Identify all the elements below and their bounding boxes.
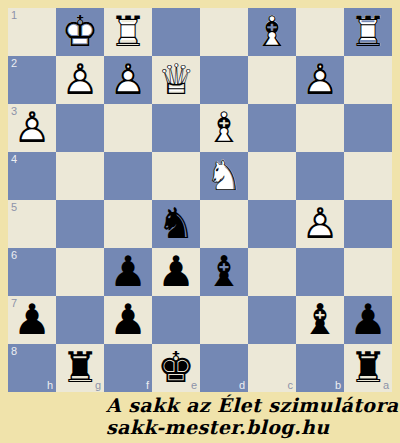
square-c1[interactable]: ♝♗ <box>248 8 296 56</box>
file-label-h: h <box>47 379 53 391</box>
square-c7[interactable] <box>248 296 296 344</box>
square-d8[interactable]: d <box>200 344 248 392</box>
square-h8[interactable]: 8h <box>8 344 56 392</box>
square-f7[interactable]: ♟ <box>104 296 152 344</box>
piece-white-queen: ♛♕ <box>152 56 200 104</box>
square-a2[interactable] <box>344 56 392 104</box>
square-d4[interactable]: ♞♘ <box>200 152 248 200</box>
caption-blog-url[interactable]: sakk-mester.blog.hu <box>106 416 399 438</box>
square-a4[interactable] <box>344 152 392 200</box>
rank-label-7: 7 <box>11 297 17 309</box>
square-e4[interactable] <box>152 152 200 200</box>
square-g3[interactable] <box>56 104 104 152</box>
square-f3[interactable] <box>104 104 152 152</box>
square-e1[interactable] <box>152 8 200 56</box>
square-d5[interactable] <box>200 200 248 248</box>
square-e8[interactable]: ♚e <box>152 344 200 392</box>
piece-white-pawn: ♟♙ <box>296 200 344 248</box>
piece-white-knight: ♞♘ <box>200 152 248 200</box>
square-a7[interactable]: ♟ <box>344 296 392 344</box>
square-d3[interactable]: ♝♗ <box>200 104 248 152</box>
piece-black-pawn: ♟ <box>104 248 152 296</box>
square-f4[interactable] <box>104 152 152 200</box>
square-g6[interactable] <box>56 248 104 296</box>
square-e7[interactable] <box>152 296 200 344</box>
square-h3[interactable]: ♟♙3 <box>8 104 56 152</box>
piece-black-pawn: ♟ <box>104 296 152 344</box>
piece-white-pawn: ♟♙ <box>8 104 56 152</box>
piece-black-pawn: ♟ <box>8 296 56 344</box>
square-h6[interactable]: 6 <box>8 248 56 296</box>
file-label-g: g <box>95 379 101 391</box>
square-g7[interactable] <box>56 296 104 344</box>
file-label-d: d <box>239 379 245 391</box>
piece-black-knight: ♞ <box>152 200 200 248</box>
square-f5[interactable] <box>104 200 152 248</box>
square-b8[interactable]: b <box>296 344 344 392</box>
rank-label-3: 3 <box>11 105 17 117</box>
square-h7[interactable]: ♟7 <box>8 296 56 344</box>
piece-white-pawn: ♟♙ <box>56 56 104 104</box>
square-h2[interactable]: 2 <box>8 56 56 104</box>
square-a5[interactable] <box>344 200 392 248</box>
piece-black-king: ♚ <box>152 344 200 392</box>
board: 1♚♔♜♖♝♗♜♖2♟♙♟♙♛♕♟♙♟♙3♝♗4♞♘5♞♟♙6♟♟♝♟7♟♝♟8… <box>8 8 392 392</box>
square-a8[interactable]: ♜a <box>344 344 392 392</box>
square-b3[interactable] <box>296 104 344 152</box>
square-c6[interactable] <box>248 248 296 296</box>
square-c5[interactable] <box>248 200 296 248</box>
piece-white-rook: ♜♖ <box>344 8 392 56</box>
square-a6[interactable] <box>344 248 392 296</box>
square-c8[interactable]: c <box>248 344 296 392</box>
square-d2[interactable] <box>200 56 248 104</box>
file-label-b: b <box>335 379 341 391</box>
piece-white-king: ♚♔ <box>56 8 104 56</box>
square-b5[interactable]: ♟♙ <box>296 200 344 248</box>
square-g1[interactable]: ♚♔ <box>56 8 104 56</box>
square-c2[interactable] <box>248 56 296 104</box>
square-f2[interactable]: ♟♙ <box>104 56 152 104</box>
square-h4[interactable]: 4 <box>8 152 56 200</box>
square-a1[interactable]: ♜♖ <box>344 8 392 56</box>
square-f1[interactable]: ♜♖ <box>104 8 152 56</box>
piece-black-bishop: ♝ <box>296 296 344 344</box>
piece-white-pawn: ♟♙ <box>104 56 152 104</box>
rank-label-8: 8 <box>11 345 17 357</box>
square-g8[interactable]: ♜g <box>56 344 104 392</box>
square-b6[interactable] <box>296 248 344 296</box>
piece-white-rook: ♜♖ <box>104 8 152 56</box>
caption: A sakk az Élet szimulátora sakk-mester.b… <box>106 394 399 438</box>
square-b4[interactable] <box>296 152 344 200</box>
rank-label-5: 5 <box>11 201 17 213</box>
square-e2[interactable]: ♛♕ <box>152 56 200 104</box>
piece-black-rook: ♜ <box>56 344 104 392</box>
square-d1[interactable] <box>200 8 248 56</box>
file-label-a: a <box>383 379 389 391</box>
square-h5[interactable]: 5 <box>8 200 56 248</box>
square-e5[interactable]: ♞ <box>152 200 200 248</box>
square-h1[interactable]: 1 <box>8 8 56 56</box>
page: 1♚♔♜♖♝♗♜♖2♟♙♟♙♛♕♟♙♟♙3♝♗4♞♘5♞♟♙6♟♟♝♟7♟♝♟8… <box>0 0 400 443</box>
square-b1[interactable] <box>296 8 344 56</box>
square-g4[interactable] <box>56 152 104 200</box>
file-label-c: c <box>288 379 294 391</box>
square-b7[interactable]: ♝ <box>296 296 344 344</box>
square-g5[interactable] <box>56 200 104 248</box>
square-e3[interactable] <box>152 104 200 152</box>
piece-black-pawn: ♟ <box>344 296 392 344</box>
rank-label-2: 2 <box>11 57 17 69</box>
piece-black-rook: ♜ <box>344 344 392 392</box>
piece-white-bishop: ♝♗ <box>248 8 296 56</box>
rank-label-1: 1 <box>11 9 17 21</box>
square-e6[interactable]: ♟ <box>152 248 200 296</box>
caption-title: A sakk az Élet szimulátora <box>106 394 399 416</box>
square-f8[interactable]: f <box>104 344 152 392</box>
piece-black-pawn: ♟ <box>152 248 200 296</box>
rank-label-6: 6 <box>11 249 17 261</box>
square-a3[interactable] <box>344 104 392 152</box>
rank-label-4: 4 <box>11 153 17 165</box>
square-f6[interactable]: ♟ <box>104 248 152 296</box>
square-d7[interactable] <box>200 296 248 344</box>
file-label-e: e <box>191 379 197 391</box>
piece-black-bishop: ♝ <box>200 248 248 296</box>
square-d6[interactable]: ♝ <box>200 248 248 296</box>
file-label-f: f <box>146 379 149 391</box>
square-c4[interactable] <box>248 152 296 200</box>
piece-white-pawn: ♟♙ <box>296 56 344 104</box>
square-g2[interactable]: ♟♙ <box>56 56 104 104</box>
square-b2[interactable]: ♟♙ <box>296 56 344 104</box>
piece-white-bishop: ♝♗ <box>200 104 248 152</box>
square-c3[interactable] <box>248 104 296 152</box>
